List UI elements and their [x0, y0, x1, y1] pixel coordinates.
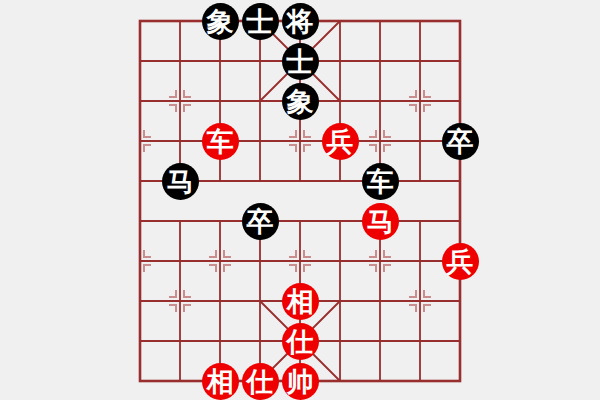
piece-black-pawn[interactable]: 卒: [442, 123, 479, 160]
piece-black-chariot[interactable]: 车: [362, 163, 399, 200]
piece-black-advisor[interactable]: 士: [242, 3, 279, 40]
piece-red-chariot[interactable]: 车: [202, 123, 239, 160]
piece-black-advisor[interactable]: 士: [282, 43, 319, 80]
piece-black-horse[interactable]: 马: [162, 163, 199, 200]
piece-red-general[interactable]: 帅: [282, 363, 319, 400]
piece-red-pawn[interactable]: 兵: [322, 123, 359, 160]
piece-red-advisor[interactable]: 仕: [242, 363, 279, 400]
xiangqi-board: 象 士 将 士 象 车 兵 卒 马 车 卒 马 兵 相 仕 相 仕 帅: [0, 0, 600, 400]
piece-black-elephant[interactable]: 象: [202, 3, 239, 40]
piece-black-elephant[interactable]: 象: [282, 83, 319, 120]
piece-red-advisor[interactable]: 仕: [282, 323, 319, 360]
piece-red-elephant[interactable]: 相: [282, 283, 319, 320]
piece-black-pawn[interactable]: 卒: [242, 203, 279, 240]
piece-black-general[interactable]: 将: [282, 3, 319, 40]
piece-red-horse[interactable]: 马: [362, 203, 399, 240]
piece-red-pawn[interactable]: 兵: [442, 243, 479, 280]
piece-red-elephant[interactable]: 相: [202, 363, 239, 400]
